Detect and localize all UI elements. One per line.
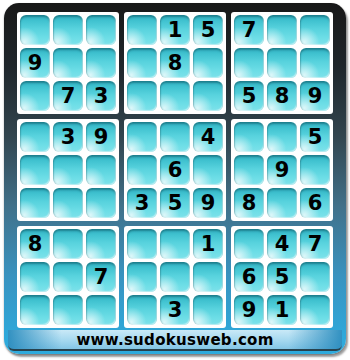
website-link[interactable]: www.sudokusweb.com — [76, 331, 273, 349]
cell-r6c8[interactable] — [267, 188, 297, 218]
cell-r3c3[interactable]: 3 — [86, 81, 116, 111]
cell-r5c8[interactable]: 9 — [267, 155, 297, 185]
cell-r4c6[interactable]: 4 — [193, 122, 223, 152]
cell-r7c5[interactable] — [160, 229, 190, 259]
cell-r5c6[interactable] — [193, 155, 223, 185]
sudoku-board: 9731587589394635959868713476591 www.sudo… — [4, 3, 346, 354]
cell-r7c7[interactable] — [234, 229, 264, 259]
cell-r1c5[interactable]: 1 — [160, 15, 190, 45]
cell-r4c1[interactable] — [20, 122, 50, 152]
cell-r5c9[interactable] — [300, 155, 330, 185]
cell-r2c7[interactable] — [234, 48, 264, 78]
cell-r5c3[interactable] — [86, 155, 116, 185]
cell-r1c2[interactable] — [53, 15, 83, 45]
cell-r1c3[interactable] — [86, 15, 116, 45]
cell-r1c6[interactable]: 5 — [193, 15, 223, 45]
footer-bar: www.sudokusweb.com — [8, 330, 342, 351]
cell-r4c2[interactable]: 3 — [53, 122, 83, 152]
cell-r1c7[interactable]: 7 — [234, 15, 264, 45]
box-r2c1: 39 — [17, 119, 119, 221]
cell-r3c1[interactable] — [20, 81, 50, 111]
cell-r6c6[interactable]: 9 — [193, 188, 223, 218]
cell-r2c9[interactable] — [300, 48, 330, 78]
cell-r3c5[interactable] — [160, 81, 190, 111]
cell-r5c7[interactable] — [234, 155, 264, 185]
cell-r9c1[interactable] — [20, 295, 50, 325]
box-r3c2: 13 — [124, 226, 226, 328]
page: 9731587589394635959868713476591 www.sudo… — [0, 0, 350, 360]
box-r1c1: 973 — [17, 12, 119, 114]
cell-r7c4[interactable] — [127, 229, 157, 259]
cell-r5c2[interactable] — [53, 155, 83, 185]
cell-r3c2[interactable]: 7 — [53, 81, 83, 111]
cell-r5c4[interactable] — [127, 155, 157, 185]
cell-r4c4[interactable] — [127, 122, 157, 152]
cell-r2c4[interactable] — [127, 48, 157, 78]
cell-r2c8[interactable] — [267, 48, 297, 78]
cell-r8c9[interactable] — [300, 262, 330, 292]
cell-r3c8[interactable]: 8 — [267, 81, 297, 111]
cell-r2c6[interactable] — [193, 48, 223, 78]
cell-r3c7[interactable]: 5 — [234, 81, 264, 111]
cell-r6c7[interactable]: 8 — [234, 188, 264, 218]
cell-r2c1[interactable]: 9 — [20, 48, 50, 78]
box-r1c2: 158 — [124, 12, 226, 114]
cell-r4c5[interactable] — [160, 122, 190, 152]
cell-r4c3[interactable]: 9 — [86, 122, 116, 152]
cell-r6c5[interactable]: 5 — [160, 188, 190, 218]
cell-r1c4[interactable] — [127, 15, 157, 45]
cell-r6c9[interactable]: 6 — [300, 188, 330, 218]
box-r2c3: 5986 — [231, 119, 333, 221]
cell-r9c4[interactable] — [127, 295, 157, 325]
cell-r8c6[interactable] — [193, 262, 223, 292]
cell-r9c6[interactable] — [193, 295, 223, 325]
cell-r6c3[interactable] — [86, 188, 116, 218]
box-r1c3: 7589 — [231, 12, 333, 114]
cell-r4c9[interactable]: 5 — [300, 122, 330, 152]
cell-r7c9[interactable]: 7 — [300, 229, 330, 259]
cell-r1c1[interactable] — [20, 15, 50, 45]
cell-r6c2[interactable] — [53, 188, 83, 218]
cell-r9c7[interactable]: 9 — [234, 295, 264, 325]
box-r3c3: 476591 — [231, 226, 333, 328]
cell-r9c5[interactable]: 3 — [160, 295, 190, 325]
cell-r1c8[interactable] — [267, 15, 297, 45]
cell-r7c6[interactable]: 1 — [193, 229, 223, 259]
cell-r2c3[interactable] — [86, 48, 116, 78]
cell-r6c4[interactable]: 3 — [127, 188, 157, 218]
cell-r1c9[interactable] — [300, 15, 330, 45]
cell-r9c8[interactable]: 1 — [267, 295, 297, 325]
cell-r8c1[interactable] — [20, 262, 50, 292]
cell-r8c3[interactable]: 7 — [86, 262, 116, 292]
box-r2c2: 46359 — [124, 119, 226, 221]
cell-r8c7[interactable]: 6 — [234, 262, 264, 292]
cell-r2c5[interactable]: 8 — [160, 48, 190, 78]
cell-r2c2[interactable] — [53, 48, 83, 78]
cell-r3c4[interactable] — [127, 81, 157, 111]
cell-r5c1[interactable] — [20, 155, 50, 185]
cell-r3c6[interactable] — [193, 81, 223, 111]
cell-r4c7[interactable] — [234, 122, 264, 152]
cell-r9c9[interactable] — [300, 295, 330, 325]
cell-r7c1[interactable]: 8 — [20, 229, 50, 259]
cell-r8c4[interactable] — [127, 262, 157, 292]
cell-r4c8[interactable] — [267, 122, 297, 152]
cell-r8c5[interactable] — [160, 262, 190, 292]
cell-r8c8[interactable]: 5 — [267, 262, 297, 292]
cell-r7c8[interactable]: 4 — [267, 229, 297, 259]
cell-r5c5[interactable]: 6 — [160, 155, 190, 185]
cell-r7c3[interactable] — [86, 229, 116, 259]
cell-r8c2[interactable] — [53, 262, 83, 292]
sudoku-grid: 9731587589394635959868713476591 — [17, 12, 333, 328]
cell-r9c2[interactable] — [53, 295, 83, 325]
cell-r9c3[interactable] — [86, 295, 116, 325]
cell-r7c2[interactable] — [53, 229, 83, 259]
cell-r3c9[interactable]: 9 — [300, 81, 330, 111]
cell-r6c1[interactable] — [20, 188, 50, 218]
box-r3c1: 87 — [17, 226, 119, 328]
